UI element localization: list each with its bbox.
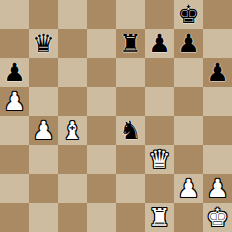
square-g3[interactable] [174,145,203,174]
square-c1[interactable] [58,203,87,232]
black-queen-b7[interactable]: ♛ [32,29,54,58]
square-f2[interactable] [145,174,174,203]
square-b2[interactable] [29,174,58,203]
chess-board-container: ♚♛♜♟♟♟♟♟♟♝♞♛♟♟♜♚ [0,0,232,232]
white-bishop-c4[interactable]: ♝ [61,116,83,145]
square-h3[interactable] [203,145,232,174]
square-g5[interactable] [174,87,203,116]
square-c7[interactable] [58,29,87,58]
square-g8[interactable]: ♚ [174,0,203,29]
black-pawn-h6[interactable]: ♟ [206,58,228,87]
square-b7[interactable]: ♛ [29,29,58,58]
white-pawn-g2[interactable]: ♟ [177,174,199,203]
chess-board: ♚♛♜♟♟♟♟♟♟♝♞♛♟♟♜♚ [0,0,232,232]
square-e7[interactable]: ♜ [116,29,145,58]
square-e4[interactable]: ♞ [116,116,145,145]
square-h2[interactable]: ♟ [203,174,232,203]
square-c6[interactable] [58,58,87,87]
square-h6[interactable]: ♟ [203,58,232,87]
square-b4[interactable]: ♟ [29,116,58,145]
square-b3[interactable] [29,145,58,174]
square-d3[interactable] [87,145,116,174]
square-e8[interactable] [116,0,145,29]
square-g2[interactable]: ♟ [174,174,203,203]
square-d4[interactable] [87,116,116,145]
square-c5[interactable] [58,87,87,116]
square-h1[interactable]: ♚ [203,203,232,232]
black-knight-e4[interactable]: ♞ [119,116,141,145]
square-e3[interactable] [116,145,145,174]
square-f8[interactable] [145,0,174,29]
square-e1[interactable] [116,203,145,232]
square-a6[interactable]: ♟ [0,58,29,87]
square-b8[interactable] [29,0,58,29]
square-d1[interactable] [87,203,116,232]
white-pawn-a5[interactable]: ♟ [3,87,25,116]
white-rook-f1[interactable]: ♜ [148,203,170,232]
square-h7[interactable] [203,29,232,58]
white-king-h1[interactable]: ♚ [206,203,228,232]
square-f3[interactable]: ♛ [145,145,174,174]
square-f7[interactable]: ♟ [145,29,174,58]
square-g4[interactable] [174,116,203,145]
square-g1[interactable] [174,203,203,232]
square-e5[interactable] [116,87,145,116]
square-e6[interactable] [116,58,145,87]
square-a4[interactable] [0,116,29,145]
square-b6[interactable] [29,58,58,87]
black-pawn-f7[interactable]: ♟ [148,29,170,58]
square-c2[interactable] [58,174,87,203]
square-f6[interactable] [145,58,174,87]
square-f4[interactable] [145,116,174,145]
square-d6[interactable] [87,58,116,87]
white-pawn-h2[interactable]: ♟ [206,174,228,203]
square-d7[interactable] [87,29,116,58]
square-h4[interactable] [203,116,232,145]
square-b1[interactable] [29,203,58,232]
black-pawn-a6[interactable]: ♟ [3,58,25,87]
square-a7[interactable] [0,29,29,58]
square-c8[interactable] [58,0,87,29]
square-b5[interactable] [29,87,58,116]
square-a2[interactable] [0,174,29,203]
square-f5[interactable] [145,87,174,116]
square-a5[interactable]: ♟ [0,87,29,116]
square-h8[interactable] [203,0,232,29]
black-king-g8[interactable]: ♚ [177,0,199,29]
square-c3[interactable] [58,145,87,174]
square-a3[interactable] [0,145,29,174]
black-rook-e7[interactable]: ♜ [119,29,141,58]
square-a8[interactable] [0,0,29,29]
square-g6[interactable] [174,58,203,87]
square-h5[interactable] [203,87,232,116]
square-d8[interactable] [87,0,116,29]
square-a1[interactable] [0,203,29,232]
square-g7[interactable]: ♟ [174,29,203,58]
square-e2[interactable] [116,174,145,203]
square-f1[interactable]: ♜ [145,203,174,232]
white-queen-f3[interactable]: ♛ [148,145,170,174]
square-d2[interactable] [87,174,116,203]
black-pawn-g7[interactable]: ♟ [177,29,199,58]
square-d5[interactable] [87,87,116,116]
white-pawn-b4[interactable]: ♟ [32,116,54,145]
square-c4[interactable]: ♝ [58,116,87,145]
